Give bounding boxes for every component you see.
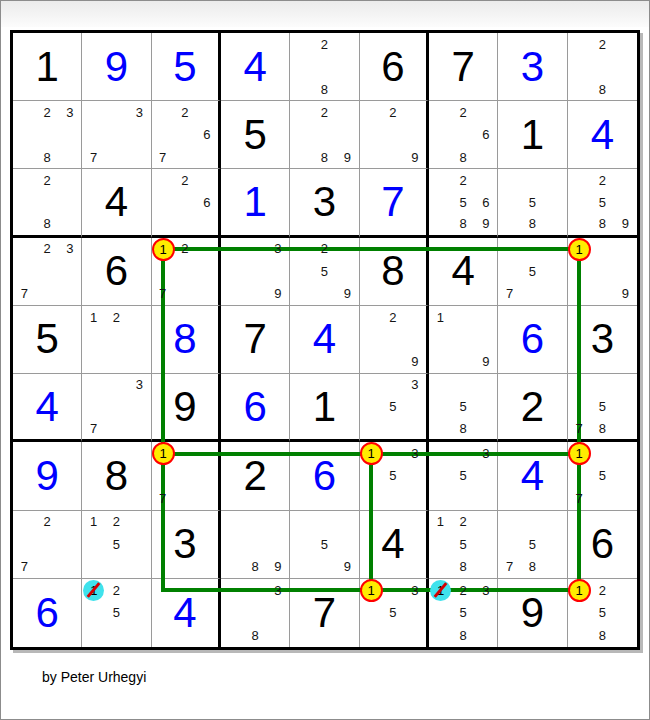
cell-r4c8[interactable]: 57 bbox=[498, 238, 567, 306]
pencil-mark-5: 5 bbox=[591, 399, 614, 414]
pencil-mark-1: 1 bbox=[429, 514, 452, 529]
cell-r8c7[interactable]: 1258 bbox=[429, 511, 498, 579]
cell-value: 1 bbox=[521, 114, 544, 156]
cell-r9c9[interactable]: 1258 bbox=[568, 579, 637, 647]
pencil-mark-2: 2 bbox=[313, 241, 336, 256]
cell-r3c9[interactable]: 2589 bbox=[568, 169, 637, 237]
pencil-mark-9: 9 bbox=[404, 354, 426, 369]
pencil-mark-2: 2 bbox=[105, 514, 128, 529]
pencil-mark-2: 2 bbox=[174, 173, 196, 188]
pencil-mark-3: 3 bbox=[404, 446, 426, 461]
pencil-mark-7: 7 bbox=[13, 559, 36, 574]
pencil-mark-2: 2 bbox=[452, 105, 475, 120]
pencil-mark-9: 9 bbox=[267, 286, 290, 301]
cell-r9c3[interactable]: 4 bbox=[152, 579, 221, 647]
cell-value: 1 bbox=[35, 46, 58, 88]
cell-r7c4[interactable]: 2 bbox=[221, 442, 290, 510]
cell-value: 3 bbox=[521, 46, 544, 88]
cell-r6c7[interactable]: 58 bbox=[429, 374, 498, 442]
cell-r6c5[interactable]: 1 bbox=[290, 374, 359, 442]
pencil-mark-8: 8 bbox=[36, 150, 59, 165]
cell-value: 3 bbox=[591, 318, 614, 360]
cell-r9c8[interactable]: 9 bbox=[498, 579, 567, 647]
pencil-mark-2: 2 bbox=[452, 173, 475, 188]
cell-r7c1[interactable]: 9 bbox=[13, 442, 82, 510]
cell-value: 4 bbox=[451, 250, 474, 292]
cell-r5c1[interactable]: 5 bbox=[13, 306, 82, 374]
pencil-mark-2: 2 bbox=[174, 105, 196, 120]
cell-r2c8[interactable]: 1 bbox=[498, 101, 567, 169]
pencil-mark-5: 5 bbox=[382, 468, 404, 483]
pencil-mark-8: 8 bbox=[591, 82, 614, 97]
cell-r8c9[interactable]: 6 bbox=[568, 511, 637, 579]
cell-value: 8 bbox=[173, 318, 196, 360]
pencil-mark-6: 6 bbox=[475, 195, 498, 210]
cell-value: 9 bbox=[173, 386, 196, 428]
pencil-mark-8: 8 bbox=[452, 150, 475, 165]
cell-r1c4[interactable]: 4 bbox=[221, 33, 290, 101]
cell-r8c8[interactable]: 578 bbox=[498, 511, 567, 579]
pencil-mark-3: 3 bbox=[59, 105, 82, 120]
cell-value: 9 bbox=[105, 46, 128, 88]
pencil-mark-7: 7 bbox=[568, 491, 591, 506]
pencil-mark-1: 1 bbox=[429, 583, 452, 598]
pencil-mark-3: 3 bbox=[404, 377, 426, 392]
pencil-mark-7: 7 bbox=[568, 421, 591, 436]
cell-r1c5[interactable]: 28 bbox=[290, 33, 359, 101]
pencil-mark-7: 7 bbox=[82, 150, 105, 165]
pencil-mark-5: 5 bbox=[105, 605, 128, 620]
pencil-mark-3: 3 bbox=[404, 583, 426, 598]
cell-value: 7 bbox=[313, 592, 336, 634]
cell-r8c1[interactable]: 27 bbox=[13, 511, 82, 579]
cell-r7c7[interactable]: 35 bbox=[429, 442, 498, 510]
cell-value: 2 bbox=[243, 455, 266, 497]
pencil-mark-6: 6 bbox=[196, 127, 218, 142]
pencil-mark-2: 2 bbox=[313, 37, 336, 52]
cell-r2c6[interactable]: 29 bbox=[360, 101, 429, 169]
cell-r3c6[interactable]: 7 bbox=[360, 169, 429, 237]
cell-r6c2[interactable]: 37 bbox=[82, 374, 151, 442]
pencil-mark-2: 2 bbox=[591, 37, 614, 52]
cell-r6c1[interactable]: 4 bbox=[13, 374, 82, 442]
pencil-mark-6: 6 bbox=[475, 127, 498, 142]
pencil-mark-5: 5 bbox=[521, 195, 544, 210]
cell-value: 8 bbox=[381, 250, 404, 292]
pencil-mark-1: 1 bbox=[152, 446, 174, 461]
cell-value: 4 bbox=[173, 592, 196, 634]
cell-r8c4[interactable]: 89 bbox=[221, 511, 290, 579]
pencil-mark-1: 1 bbox=[152, 241, 174, 256]
cell-r6c3[interactable]: 9 bbox=[152, 374, 221, 442]
pencil-mark-2: 2 bbox=[313, 105, 336, 120]
pencil-mark-5: 5 bbox=[452, 195, 475, 210]
sudoku-grid: 1954286732823837267528929268142842613725… bbox=[10, 30, 640, 650]
pencil-mark-9: 9 bbox=[614, 216, 637, 231]
pencil-mark-1: 1 bbox=[360, 446, 382, 461]
pencil-mark-9: 9 bbox=[404, 150, 426, 165]
cell-value: 6 bbox=[35, 592, 58, 634]
pencil-mark-9: 9 bbox=[614, 286, 637, 301]
pencil-mark-5: 5 bbox=[382, 399, 404, 414]
cell-r5c6[interactable]: 29 bbox=[360, 306, 429, 374]
cell-value: 6 bbox=[521, 318, 544, 360]
cell-r1c3[interactable]: 5 bbox=[152, 33, 221, 101]
cell-r1c1[interactable]: 1 bbox=[13, 33, 82, 101]
cell-value: 4 bbox=[35, 386, 58, 428]
pencil-mark-3: 3 bbox=[267, 241, 290, 256]
pencil-mark-8: 8 bbox=[452, 628, 475, 643]
pencil-mark-2: 2 bbox=[382, 310, 404, 325]
cell-r1c6[interactable]: 6 bbox=[360, 33, 429, 101]
pencil-mark-1: 1 bbox=[568, 583, 591, 598]
cell-r6c8[interactable]: 2 bbox=[498, 374, 567, 442]
cell-r9c5[interactable]: 7 bbox=[290, 579, 359, 647]
cell-r2c1[interactable]: 238 bbox=[13, 101, 82, 169]
header-band bbox=[1, 1, 649, 27]
cell-r4c4[interactable]: 39 bbox=[221, 238, 290, 306]
pencil-mark-5: 5 bbox=[452, 468, 475, 483]
cell-r5c9[interactable]: 3 bbox=[568, 306, 637, 374]
pencil-mark-2: 2 bbox=[105, 310, 128, 325]
pencil-mark-3: 3 bbox=[475, 446, 498, 461]
cell-r6c6[interactable]: 35 bbox=[360, 374, 429, 442]
cell-r4c3[interactable]: 127 bbox=[152, 238, 221, 306]
cell-r9c6[interactable]: 135 bbox=[360, 579, 429, 647]
cell-value: 1 bbox=[313, 386, 336, 428]
cell-r9c1[interactable]: 6 bbox=[13, 579, 82, 647]
cell-r5c5[interactable]: 4 bbox=[290, 306, 359, 374]
pencil-mark-1: 1 bbox=[568, 446, 591, 461]
cell-value: 3 bbox=[313, 181, 336, 223]
pencil-mark-7: 7 bbox=[152, 286, 174, 301]
cell-r4c7[interactable]: 4 bbox=[429, 238, 498, 306]
cell-r8c5[interactable]: 59 bbox=[290, 511, 359, 579]
pencil-mark-3: 3 bbox=[475, 583, 498, 598]
pencil-mark-7: 7 bbox=[152, 491, 174, 506]
pencil-mark-1: 1 bbox=[360, 583, 382, 598]
pencil-mark-2: 2 bbox=[452, 514, 475, 529]
pencil-mark-2: 2 bbox=[174, 241, 196, 256]
pencil-mark-3: 3 bbox=[128, 105, 151, 120]
cell-value: 7 bbox=[451, 46, 474, 88]
pencil-mark-2: 2 bbox=[105, 583, 128, 598]
pencil-mark-8: 8 bbox=[591, 421, 614, 436]
pencil-mark-5: 5 bbox=[452, 399, 475, 414]
cell-r9c2[interactable]: 125 bbox=[82, 579, 151, 647]
cell-value: 4 bbox=[105, 181, 128, 223]
cell-r3c7[interactable]: 25689 bbox=[429, 169, 498, 237]
pencil-mark-8: 8 bbox=[313, 82, 336, 97]
pencil-mark-7: 7 bbox=[498, 286, 521, 301]
cell-r1c8[interactable]: 3 bbox=[498, 33, 567, 101]
pencil-mark-9: 9 bbox=[267, 559, 290, 574]
pencil-mark-8: 8 bbox=[591, 628, 614, 643]
pencil-mark-5: 5 bbox=[521, 264, 544, 279]
cell-r3c5[interactable]: 3 bbox=[290, 169, 359, 237]
cell-r5c7[interactable]: 19 bbox=[429, 306, 498, 374]
pencil-mark-5: 5 bbox=[105, 537, 128, 552]
pencil-mark-5: 5 bbox=[452, 537, 475, 552]
cell-value: 3 bbox=[173, 523, 196, 565]
cell-r6c9[interactable]: 578 bbox=[568, 374, 637, 442]
pencil-mark-1: 1 bbox=[82, 514, 105, 529]
pencil-mark-2: 2 bbox=[382, 105, 404, 120]
cell-value: 9 bbox=[521, 592, 544, 634]
pencil-mark-2: 2 bbox=[591, 583, 614, 598]
pencil-mark-8: 8 bbox=[452, 421, 475, 436]
cell-value: 4 bbox=[521, 455, 544, 497]
cell-r1c2[interactable]: 9 bbox=[82, 33, 151, 101]
pencil-mark-8: 8 bbox=[591, 216, 614, 231]
cell-value: 2 bbox=[521, 386, 544, 428]
cell-value: 8 bbox=[105, 455, 128, 497]
cell-r2c2[interactable]: 37 bbox=[82, 101, 151, 169]
cell-r3c3[interactable]: 26 bbox=[152, 169, 221, 237]
pencil-mark-8: 8 bbox=[244, 559, 267, 574]
cell-value: 6 bbox=[105, 250, 128, 292]
credit-text: by Peter Urhegyi bbox=[42, 669, 146, 685]
cell-value: 5 bbox=[35, 318, 58, 360]
cell-value: 6 bbox=[313, 455, 336, 497]
pencil-mark-8: 8 bbox=[521, 559, 544, 574]
cell-value: 7 bbox=[243, 318, 266, 360]
cell-r7c8[interactable]: 4 bbox=[498, 442, 567, 510]
pencil-mark-1: 1 bbox=[82, 583, 105, 598]
pencil-mark-3: 3 bbox=[128, 377, 151, 392]
cell-r5c8[interactable]: 6 bbox=[498, 306, 567, 374]
pencil-mark-2: 2 bbox=[36, 105, 59, 120]
cell-value: 4 bbox=[243, 46, 266, 88]
pencil-mark-7: 7 bbox=[13, 286, 36, 301]
pencil-mark-5: 5 bbox=[521, 537, 544, 552]
pencil-mark-2: 2 bbox=[36, 173, 59, 188]
cell-r3c2[interactable]: 4 bbox=[82, 169, 151, 237]
cell-r4c6[interactable]: 8 bbox=[360, 238, 429, 306]
pencil-mark-2: 2 bbox=[591, 173, 614, 188]
pencil-mark-5: 5 bbox=[313, 537, 336, 552]
pencil-mark-8: 8 bbox=[36, 216, 59, 231]
pencil-mark-9: 9 bbox=[475, 216, 498, 231]
cell-r5c3[interactable]: 8 bbox=[152, 306, 221, 374]
cell-r4c9[interactable]: 19 bbox=[568, 238, 637, 306]
pencil-mark-2: 2 bbox=[452, 583, 475, 598]
pencil-mark-2: 2 bbox=[36, 514, 59, 529]
cell-r5c2[interactable]: 12 bbox=[82, 306, 151, 374]
cell-r7c5[interactable]: 6 bbox=[290, 442, 359, 510]
cell-r5c4[interactable]: 7 bbox=[221, 306, 290, 374]
cell-r8c2[interactable]: 125 bbox=[82, 511, 151, 579]
cell-r2c3[interactable]: 267 bbox=[152, 101, 221, 169]
pencil-mark-9: 9 bbox=[336, 286, 359, 301]
pencil-mark-9: 9 bbox=[336, 559, 359, 574]
pencil-mark-5: 5 bbox=[382, 605, 404, 620]
cell-r1c9[interactable]: 28 bbox=[568, 33, 637, 101]
cell-r4c5[interactable]: 259 bbox=[290, 238, 359, 306]
pencil-mark-3: 3 bbox=[267, 583, 290, 598]
cell-r2c9[interactable]: 4 bbox=[568, 101, 637, 169]
pencil-mark-7: 7 bbox=[152, 150, 174, 165]
cell-r7c6[interactable]: 135 bbox=[360, 442, 429, 510]
cell-r4c1[interactable]: 237 bbox=[13, 238, 82, 306]
board-wrapper: 1954286732823837267528929268142842613725… bbox=[10, 30, 640, 650]
cell-r7c2[interactable]: 8 bbox=[82, 442, 151, 510]
pencil-mark-8: 8 bbox=[313, 150, 336, 165]
cell-r6c4[interactable]: 6 bbox=[221, 374, 290, 442]
cell-value: 7 bbox=[381, 181, 404, 223]
pencil-mark-7: 7 bbox=[498, 559, 521, 574]
pencil-mark-1: 1 bbox=[568, 241, 591, 256]
cell-r3c8[interactable]: 58 bbox=[498, 169, 567, 237]
cell-value: 6 bbox=[243, 386, 266, 428]
pencil-mark-8: 8 bbox=[452, 216, 475, 231]
pencil-mark-8: 8 bbox=[452, 559, 475, 574]
cell-value: 5 bbox=[243, 114, 266, 156]
pencil-mark-7: 7 bbox=[82, 421, 105, 436]
pencil-mark-1: 1 bbox=[429, 310, 452, 325]
cell-r7c9[interactable]: 157 bbox=[568, 442, 637, 510]
pencil-mark-9: 9 bbox=[475, 354, 498, 369]
cell-value: 4 bbox=[381, 523, 404, 565]
cell-value: 6 bbox=[381, 46, 404, 88]
cell-r2c4[interactable]: 5 bbox=[221, 101, 290, 169]
cell-r2c5[interactable]: 289 bbox=[290, 101, 359, 169]
cell-value: 5 bbox=[173, 46, 196, 88]
cell-r9c4[interactable]: 38 bbox=[221, 579, 290, 647]
pencil-mark-8: 8 bbox=[244, 628, 267, 643]
cell-r9c7[interactable]: 12358 bbox=[429, 579, 498, 647]
cell-r3c4[interactable]: 1 bbox=[221, 169, 290, 237]
pencil-mark-5: 5 bbox=[313, 264, 336, 279]
cell-value: 4 bbox=[313, 318, 336, 360]
cell-value: 6 bbox=[591, 523, 614, 565]
cell-value: 9 bbox=[35, 455, 58, 497]
cell-value: 1 bbox=[243, 181, 266, 223]
cell-r4c2[interactable]: 6 bbox=[82, 238, 151, 306]
pencil-mark-5: 5 bbox=[591, 468, 614, 483]
pencil-mark-9: 9 bbox=[336, 150, 359, 165]
cell-r3c1[interactable]: 28 bbox=[13, 169, 82, 237]
pencil-mark-8: 8 bbox=[521, 216, 544, 231]
pencil-mark-1: 1 bbox=[82, 310, 105, 325]
cell-r1c7[interactable]: 7 bbox=[429, 33, 498, 101]
pencil-mark-5: 5 bbox=[591, 195, 614, 210]
cell-r8c3[interactable]: 3 bbox=[152, 511, 221, 579]
pencil-mark-5: 5 bbox=[591, 605, 614, 620]
pencil-mark-2: 2 bbox=[36, 241, 59, 256]
pencil-mark-3: 3 bbox=[59, 241, 82, 256]
pencil-mark-6: 6 bbox=[196, 195, 218, 210]
pencil-mark-5: 5 bbox=[452, 605, 475, 620]
cell-value: 4 bbox=[591, 114, 614, 156]
cell-r7c3[interactable]: 17 bbox=[152, 442, 221, 510]
cell-r2c7[interactable]: 268 bbox=[429, 101, 498, 169]
cell-r8c6[interactable]: 4 bbox=[360, 511, 429, 579]
app-frame: 1954286732823837267528929268142842613725… bbox=[0, 0, 650, 720]
